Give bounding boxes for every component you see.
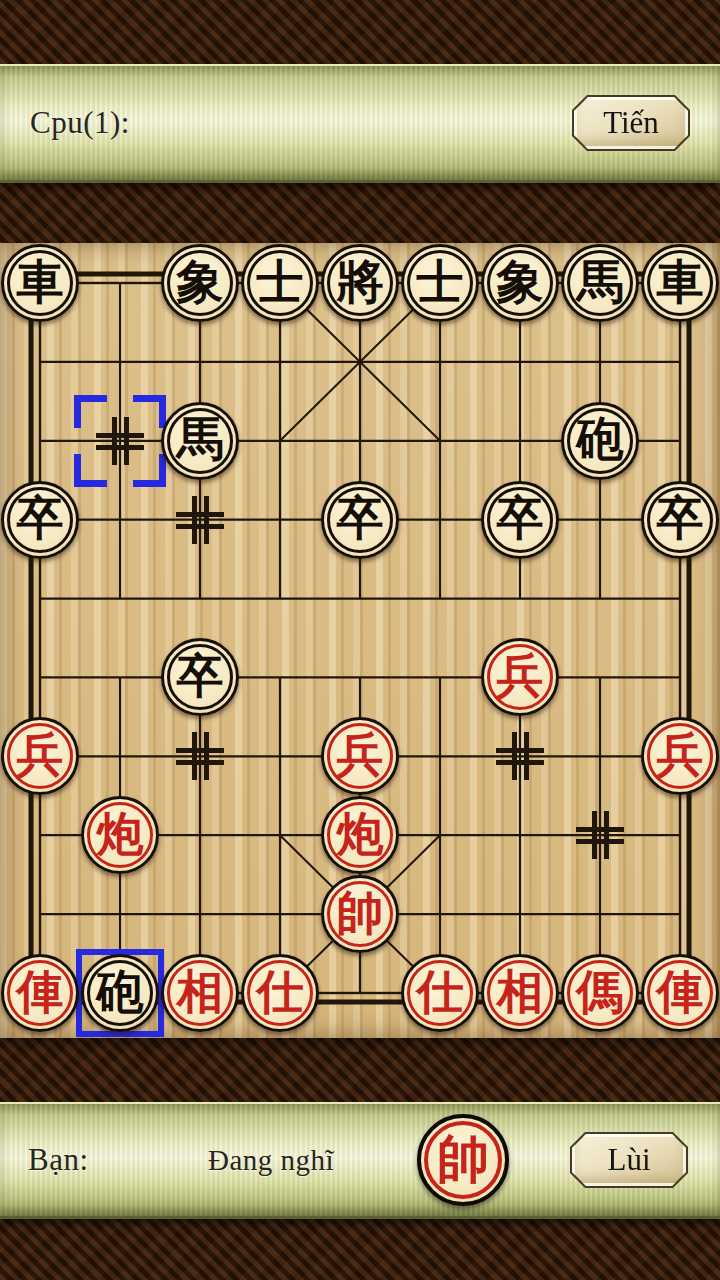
turn-piece-glyph: 帥 <box>437 1125 489 1195</box>
cpu-label: Cpu(1): <box>30 105 130 141</box>
piece-black-horse[interactable]: 馬 <box>161 402 239 480</box>
piece-black-advisor[interactable]: 士 <box>241 244 319 322</box>
xiangqi-board[interactable]: 車象士將士象馬車馬砲卒卒卒卒卒兵兵兵兵炮炮帥俥砲相仕仕相傌俥 <box>0 243 720 1038</box>
piece-red-advisor[interactable]: 仕 <box>241 954 319 1032</box>
piece-red-cannon[interactable]: 炮 <box>81 796 159 874</box>
piece-black-general[interactable]: 將 <box>321 244 399 322</box>
piece-red-chariot[interactable]: 俥 <box>1 954 79 1032</box>
piece-black-chariot[interactable]: 車 <box>1 244 79 322</box>
bottom-bar: Bạn: Đang nghĩ 帥 Lùi <box>0 1102 720 1219</box>
piece-red-cannon[interactable]: 炮 <box>321 796 399 874</box>
piece-red-general[interactable]: 帥 <box>321 875 399 953</box>
turn-indicator-piece: 帥 <box>417 1114 509 1206</box>
piece-black-cannon[interactable]: 砲 <box>81 954 159 1032</box>
piece-red-horse[interactable]: 傌 <box>561 954 639 1032</box>
forward-button[interactable]: Tiến <box>572 95 690 151</box>
piece-black-soldier[interactable]: 卒 <box>641 481 719 559</box>
piece-red-advisor[interactable]: 仕 <box>401 954 479 1032</box>
piece-red-elephant[interactable]: 相 <box>481 954 559 1032</box>
piece-black-cannon[interactable]: 砲 <box>561 402 639 480</box>
piece-red-soldier[interactable]: 兵 <box>481 638 559 716</box>
piece-black-elephant[interactable]: 象 <box>161 244 239 322</box>
piece-red-chariot[interactable]: 俥 <box>641 954 719 1032</box>
piece-red-elephant[interactable]: 相 <box>161 954 239 1032</box>
forward-button-label: Tiến <box>574 97 688 149</box>
piece-black-soldier[interactable]: 卒 <box>1 481 79 559</box>
back-button[interactable]: Lùi <box>570 1132 688 1188</box>
app-screen: Cpu(1): Tiến <box>0 0 720 1280</box>
piece-black-horse[interactable]: 馬 <box>561 244 639 322</box>
piece-black-elephant[interactable]: 象 <box>481 244 559 322</box>
piece-red-soldier[interactable]: 兵 <box>1 717 79 795</box>
piece-black-chariot[interactable]: 車 <box>641 244 719 322</box>
back-button-label: Lùi <box>572 1134 686 1186</box>
piece-black-soldier[interactable]: 卒 <box>161 638 239 716</box>
status-text: Đang nghĩ <box>208 1144 334 1177</box>
piece-black-advisor[interactable]: 士 <box>401 244 479 322</box>
piece-red-soldier[interactable]: 兵 <box>641 717 719 795</box>
piece-black-soldier[interactable]: 卒 <box>321 481 399 559</box>
top-bar: Cpu(1): Tiến <box>0 64 720 183</box>
piece-red-soldier[interactable]: 兵 <box>321 717 399 795</box>
player-label: Bạn: <box>28 1142 89 1178</box>
piece-black-soldier[interactable]: 卒 <box>481 481 559 559</box>
